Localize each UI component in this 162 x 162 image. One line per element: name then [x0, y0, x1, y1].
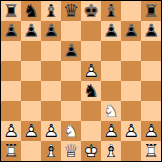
square-a5[interactable] — [1, 61, 21, 81]
square-g4[interactable] — [121, 81, 141, 101]
square-b8[interactable]: ♞♘ — [21, 1, 41, 21]
square-c4[interactable] — [41, 81, 61, 101]
square-f1[interactable]: ♝♗ — [101, 141, 121, 161]
black-rook[interactable]: ♜♖ — [1, 1, 21, 21]
square-e3[interactable] — [81, 101, 101, 121]
square-f5[interactable] — [101, 61, 121, 81]
black-knight[interactable]: ♞♘ — [21, 1, 41, 21]
square-c7[interactable]: ♟♙ — [41, 21, 61, 41]
white-rook[interactable]: ♜♖ — [1, 141, 21, 161]
white-bishop[interactable]: ♝♗ — [101, 141, 121, 161]
piece-outline-glyph: ♘ — [81, 81, 101, 101]
square-h7[interactable]: ♟♙ — [141, 21, 161, 41]
piece-outline-glyph: ♙ — [141, 21, 161, 41]
square-a4[interactable] — [1, 81, 21, 101]
black-pawn[interactable]: ♟♙ — [21, 21, 41, 41]
square-h1[interactable]: ♜♖ — [141, 141, 161, 161]
square-a2[interactable]: ♟♙ — [1, 121, 21, 141]
piece-outline-glyph: ♙ — [41, 21, 61, 41]
square-b7[interactable]: ♟♙ — [21, 21, 41, 41]
black-pawn[interactable]: ♟♙ — [61, 41, 81, 61]
black-queen[interactable]: ♛♕ — [61, 1, 81, 21]
square-h2[interactable]: ♟♙ — [141, 121, 161, 141]
square-c8[interactable]: ♝♗ — [41, 1, 61, 21]
square-h5[interactable] — [141, 61, 161, 81]
piece-outline-glyph: ♕ — [61, 1, 81, 21]
square-a8[interactable]: ♜♖ — [1, 1, 21, 21]
square-d2[interactable]: ♞♘ — [61, 121, 81, 141]
square-b1[interactable] — [21, 141, 41, 161]
square-e2[interactable] — [81, 121, 101, 141]
square-d5[interactable] — [61, 61, 81, 81]
square-f3[interactable]: ♞♘ — [101, 101, 121, 121]
white-pawn[interactable]: ♟♙ — [41, 121, 61, 141]
square-c5[interactable] — [41, 61, 61, 81]
piece-outline-glyph: ♖ — [141, 141, 161, 161]
white-pawn[interactable]: ♟♙ — [121, 121, 141, 141]
square-a7[interactable]: ♟♙ — [1, 21, 21, 41]
piece-outline-glyph: ♖ — [1, 141, 21, 161]
piece-outline-glyph: ♙ — [101, 21, 121, 41]
white-pawn[interactable]: ♟♙ — [21, 121, 41, 141]
white-pawn[interactable]: ♟♙ — [1, 121, 21, 141]
square-h6[interactable] — [141, 41, 161, 61]
square-e1[interactable]: ♚♔ — [81, 141, 101, 161]
black-pawn[interactable]: ♟♙ — [121, 21, 141, 41]
square-c6[interactable] — [41, 41, 61, 61]
square-d7[interactable] — [61, 21, 81, 41]
square-b4[interactable] — [21, 81, 41, 101]
piece-outline-glyph: ♘ — [101, 101, 121, 121]
square-e7[interactable] — [81, 21, 101, 41]
square-g3[interactable] — [121, 101, 141, 121]
square-h8[interactable]: ♜♖ — [141, 1, 161, 21]
black-pawn[interactable]: ♟♙ — [141, 21, 161, 41]
square-b3[interactable] — [21, 101, 41, 121]
square-g6[interactable] — [121, 41, 141, 61]
white-king[interactable]: ♚♔ — [81, 141, 101, 161]
square-f4[interactable] — [101, 81, 121, 101]
black-bishop[interactable]: ♝♗ — [101, 1, 121, 21]
white-queen[interactable]: ♛♕ — [61, 141, 81, 161]
piece-outline-glyph: ♙ — [121, 121, 141, 141]
square-g2[interactable]: ♟♙ — [121, 121, 141, 141]
black-king[interactable]: ♚♔ — [81, 1, 101, 21]
square-g5[interactable] — [121, 61, 141, 81]
piece-outline-glyph: ♙ — [121, 21, 141, 41]
white-rook[interactable]: ♜♖ — [141, 141, 161, 161]
white-pawn[interactable]: ♟♙ — [141, 121, 161, 141]
piece-outline-glyph: ♗ — [41, 141, 61, 161]
square-c3[interactable] — [41, 101, 61, 121]
piece-outline-glyph: ♙ — [1, 121, 21, 141]
square-d4[interactable] — [61, 81, 81, 101]
piece-outline-glyph: ♗ — [101, 1, 121, 21]
square-e5[interactable]: ♟♙ — [81, 61, 101, 81]
black-pawn[interactable]: ♟♙ — [41, 21, 61, 41]
black-knight[interactable]: ♞♘ — [81, 81, 101, 101]
black-pawn[interactable]: ♟♙ — [101, 21, 121, 41]
piece-outline-glyph: ♗ — [41, 1, 61, 21]
piece-outline-glyph: ♔ — [81, 1, 101, 21]
square-d8[interactable]: ♛♕ — [61, 1, 81, 21]
piece-outline-glyph: ♙ — [21, 21, 41, 41]
piece-outline-glyph: ♖ — [1, 1, 21, 21]
square-e4[interactable]: ♞♘ — [81, 81, 101, 101]
square-d1[interactable]: ♛♕ — [61, 141, 81, 161]
piece-outline-glyph: ♗ — [101, 141, 121, 161]
chess-board: ♜♖♞♘♝♗♛♕♚♔♝♗♜♖♟♙♟♙♟♙♟♙♟♙♟♙♟♙♟♙♞♘♞♘♟♙♟♙♟♙… — [0, 0, 162, 162]
black-bishop[interactable]: ♝♗ — [41, 1, 61, 21]
piece-outline-glyph: ♙ — [1, 21, 21, 41]
square-d6[interactable]: ♟♙ — [61, 41, 81, 61]
white-knight[interactable]: ♞♘ — [61, 121, 81, 141]
square-a6[interactable] — [1, 41, 21, 61]
square-c2[interactable]: ♟♙ — [41, 121, 61, 141]
piece-outline-glyph: ♙ — [101, 121, 121, 141]
piece-outline-glyph: ♙ — [41, 121, 61, 141]
piece-outline-glyph: ♖ — [141, 1, 161, 21]
piece-outline-glyph: ♙ — [81, 61, 101, 81]
square-g8[interactable] — [121, 1, 141, 21]
square-e8[interactable]: ♚♔ — [81, 1, 101, 21]
square-f6[interactable] — [101, 41, 121, 61]
square-g7[interactable]: ♟♙ — [121, 21, 141, 41]
square-e6[interactable] — [81, 41, 101, 61]
square-f2[interactable]: ♟♙ — [101, 121, 121, 141]
square-d3[interactable] — [61, 101, 81, 121]
white-bishop[interactable]: ♝♗ — [41, 141, 61, 161]
square-f7[interactable]: ♟♙ — [101, 21, 121, 41]
piece-outline-glyph: ♔ — [81, 141, 101, 161]
square-h4[interactable] — [141, 81, 161, 101]
square-c1[interactable]: ♝♗ — [41, 141, 61, 161]
white-pawn[interactable]: ♟♙ — [101, 121, 121, 141]
piece-outline-glyph: ♘ — [21, 1, 41, 21]
white-knight[interactable]: ♞♘ — [101, 101, 121, 121]
square-a1[interactable]: ♜♖ — [1, 141, 21, 161]
piece-outline-glyph: ♙ — [61, 41, 81, 61]
square-b5[interactable] — [21, 61, 41, 81]
square-b2[interactable]: ♟♙ — [21, 121, 41, 141]
piece-outline-glyph: ♕ — [61, 141, 81, 161]
piece-outline-glyph: ♘ — [61, 121, 81, 141]
square-g1[interactable] — [121, 141, 141, 161]
square-h3[interactable] — [141, 101, 161, 121]
square-b6[interactable] — [21, 41, 41, 61]
black-pawn[interactable]: ♟♙ — [1, 21, 21, 41]
piece-outline-glyph: ♙ — [141, 121, 161, 141]
square-a3[interactable] — [1, 101, 21, 121]
square-f8[interactable]: ♝♗ — [101, 1, 121, 21]
piece-outline-glyph: ♙ — [21, 121, 41, 141]
white-pawn[interactable]: ♟♙ — [81, 61, 101, 81]
black-rook[interactable]: ♜♖ — [141, 1, 161, 21]
